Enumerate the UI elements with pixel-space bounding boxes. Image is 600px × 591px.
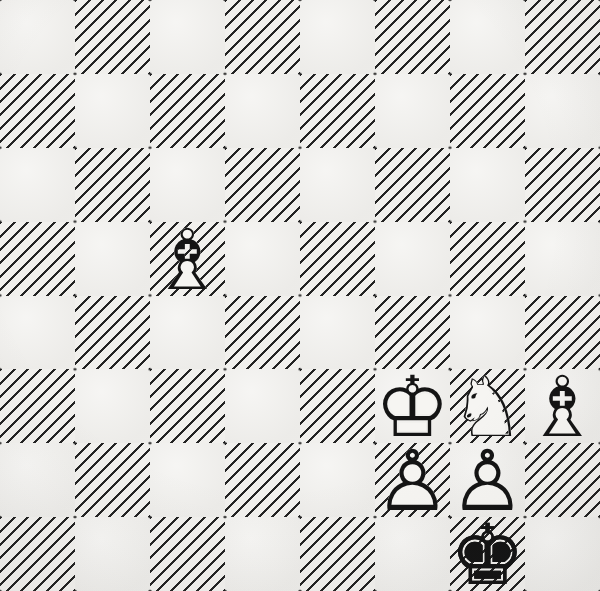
square-d1 bbox=[225, 517, 300, 591]
square-h5 bbox=[525, 222, 600, 296]
square-e5 bbox=[300, 222, 375, 296]
square-b6 bbox=[75, 148, 150, 222]
square-c8 bbox=[150, 0, 225, 74]
square-c1 bbox=[150, 517, 225, 591]
square-e3 bbox=[300, 369, 375, 443]
square-d4 bbox=[225, 296, 300, 370]
square-d3 bbox=[225, 369, 300, 443]
black-king-icon: ♚♚ bbox=[450, 517, 525, 591]
square-a2 bbox=[0, 443, 75, 517]
white-bishop-icon-outline: ♗ bbox=[150, 223, 225, 297]
square-a4 bbox=[0, 296, 75, 370]
square-e6 bbox=[300, 148, 375, 222]
square-a7 bbox=[0, 74, 75, 148]
square-b3 bbox=[75, 369, 150, 443]
square-c7 bbox=[150, 74, 225, 148]
square-d5 bbox=[225, 222, 300, 296]
square-a1 bbox=[0, 517, 75, 591]
square-c5: ♝♗ bbox=[150, 222, 225, 296]
black-king-icon-outline: ♚ bbox=[450, 518, 525, 591]
square-g6 bbox=[450, 148, 525, 222]
square-e2 bbox=[300, 443, 375, 517]
square-c2 bbox=[150, 443, 225, 517]
square-d2 bbox=[225, 443, 300, 517]
square-g7 bbox=[450, 74, 525, 148]
square-e4 bbox=[300, 296, 375, 370]
square-f8 bbox=[375, 0, 450, 74]
square-b1 bbox=[75, 517, 150, 591]
square-g5 bbox=[450, 222, 525, 296]
chess-board: ♝♗♚♔♞♘♝♗♟♙♟♙♚♚ bbox=[0, 0, 600, 591]
square-a6 bbox=[0, 148, 75, 222]
square-f5 bbox=[375, 222, 450, 296]
square-h8 bbox=[525, 0, 600, 74]
square-d8 bbox=[225, 0, 300, 74]
square-g1: ♚♚ bbox=[450, 517, 525, 591]
square-f6 bbox=[375, 148, 450, 222]
square-b7 bbox=[75, 74, 150, 148]
square-h7 bbox=[525, 74, 600, 148]
square-b4 bbox=[75, 296, 150, 370]
white-bishop-icon: ♝♗ bbox=[150, 222, 225, 296]
square-h3: ♝♗ bbox=[525, 369, 600, 443]
white-bishop-icon: ♝♗ bbox=[525, 369, 600, 443]
square-f2: ♟♙ bbox=[375, 443, 450, 517]
square-a8 bbox=[0, 0, 75, 74]
square-e8 bbox=[300, 0, 375, 74]
white-bishop-icon-outline: ♗ bbox=[525, 370, 600, 444]
square-b5 bbox=[75, 222, 150, 296]
white-pawn-icon: ♟♙ bbox=[375, 443, 450, 517]
square-h6 bbox=[525, 148, 600, 222]
square-a3 bbox=[0, 369, 75, 443]
square-e7 bbox=[300, 74, 375, 148]
square-b2 bbox=[75, 443, 150, 517]
square-a5 bbox=[0, 222, 75, 296]
square-d7 bbox=[225, 74, 300, 148]
square-f7 bbox=[375, 74, 450, 148]
white-pawn-icon-outline: ♙ bbox=[375, 444, 450, 518]
square-c3 bbox=[150, 369, 225, 443]
square-h1 bbox=[525, 517, 600, 591]
square-g8 bbox=[450, 0, 525, 74]
square-e1 bbox=[300, 517, 375, 591]
square-b8 bbox=[75, 0, 150, 74]
square-d6 bbox=[225, 148, 300, 222]
